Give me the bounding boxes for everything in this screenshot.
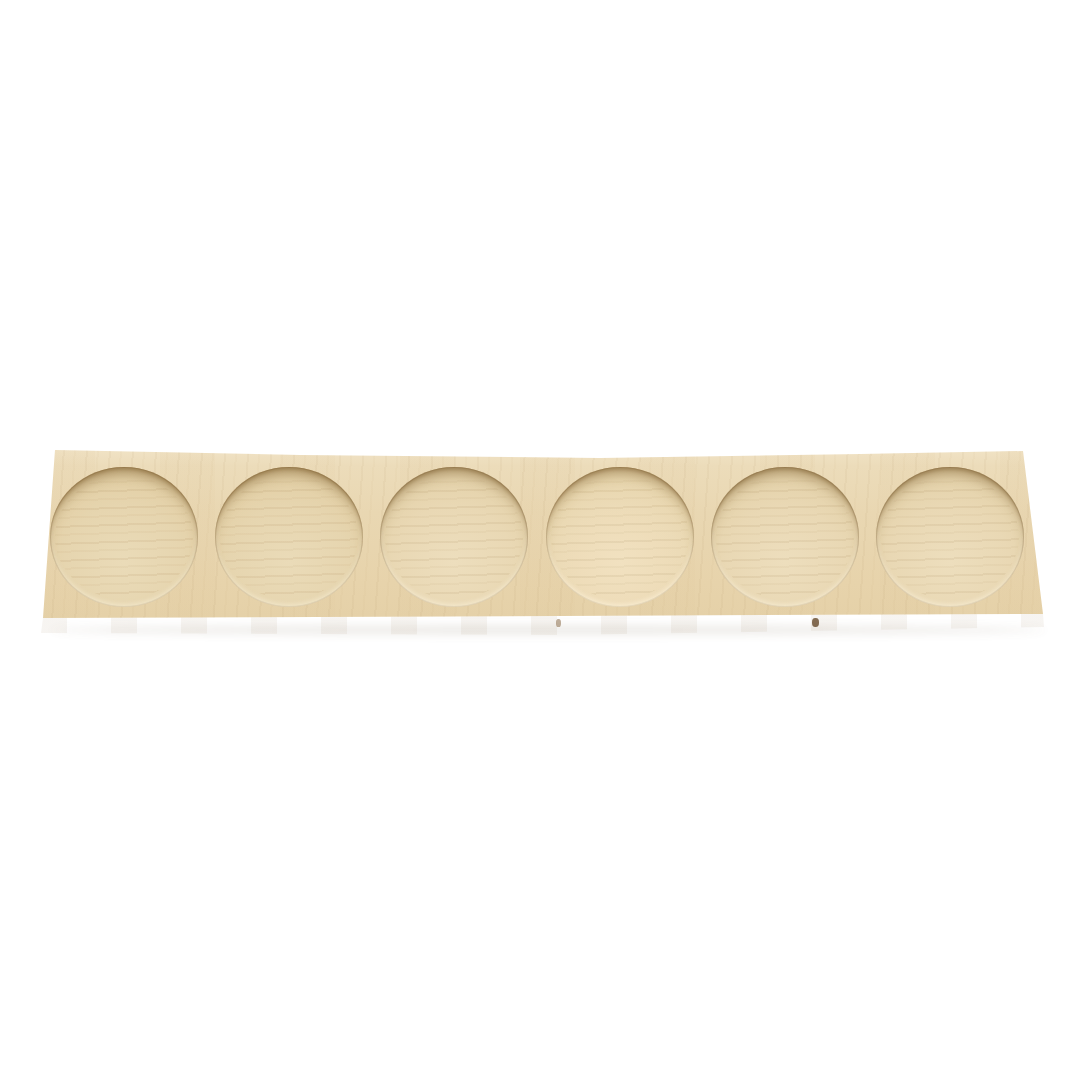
board-tray bbox=[40, 448, 1050, 648]
pit[interactable] bbox=[546, 467, 694, 607]
pit[interactable] bbox=[50, 467, 198, 607]
pit[interactable] bbox=[711, 467, 859, 607]
pit[interactable] bbox=[380, 467, 528, 607]
product-photo-scene: Empty six-pit wooden mancala-style count… bbox=[0, 0, 1080, 1080]
pit[interactable] bbox=[215, 467, 363, 607]
wood-knot-mark bbox=[556, 619, 561, 627]
pit[interactable] bbox=[876, 467, 1024, 607]
wood-knot-mark bbox=[812, 618, 819, 627]
pit-row bbox=[50, 467, 1042, 607]
